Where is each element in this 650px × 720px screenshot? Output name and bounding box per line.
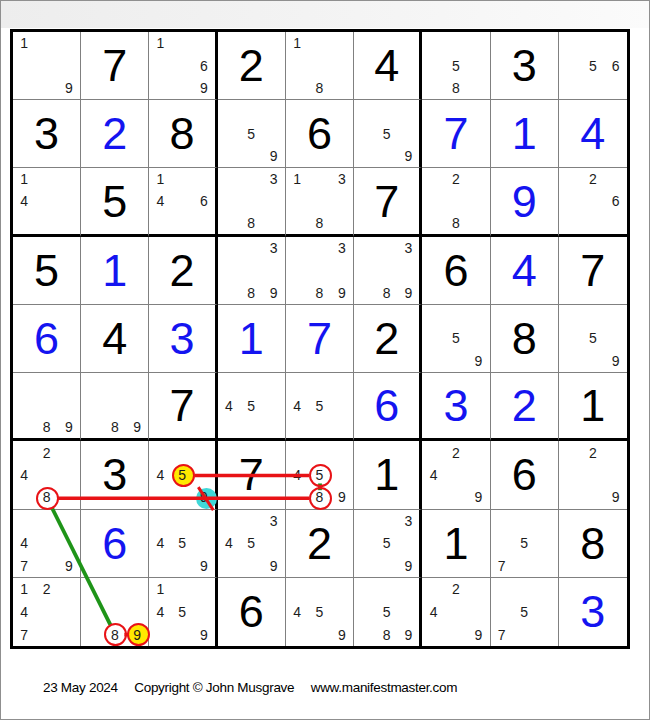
candidate-5 (104, 395, 126, 417)
pencil-marks: 57 (491, 510, 558, 577)
candidate-3 (535, 578, 557, 601)
candidate-3 (262, 373, 284, 395)
candidate-7 (422, 212, 444, 234)
pencil-marks: 1459 (149, 578, 214, 646)
candidate-6 (262, 123, 284, 145)
candidate-2: 2 (445, 578, 467, 601)
candidate-5: 5 (171, 532, 193, 554)
page: 1971692184583563285965971414514638138728… (0, 0, 650, 720)
candidate-9 (604, 212, 627, 234)
cell-r5c7[interactable]: 59 (422, 305, 490, 373)
candidate-3 (262, 100, 284, 122)
candidate-2 (171, 441, 193, 463)
cell-r4c4[interactable]: 389 (218, 237, 286, 305)
candidate-7 (559, 77, 582, 99)
cell-r7c9[interactable]: 29 (559, 441, 627, 509)
candidate-1: 1 (286, 32, 308, 54)
given-digit: 7 (354, 168, 419, 233)
candidate-8 (445, 350, 467, 372)
candidate-9: 9 (604, 350, 627, 372)
candidate-9: 9 (262, 145, 284, 167)
given-digit: 8 (559, 510, 627, 577)
candidate-2 (376, 578, 398, 601)
pencil-marks: 249 (422, 441, 489, 508)
candidate-3: 3 (331, 168, 353, 190)
candidate-7 (286, 623, 308, 646)
candidate-8 (171, 77, 193, 99)
cell-r6c6[interactable]: 6 (354, 373, 422, 441)
candidate-2 (582, 305, 605, 327)
cell-r4c8[interactable]: 4 (491, 237, 559, 305)
cell-r8c5[interactable]: 2 (286, 510, 354, 578)
candidate-2 (171, 578, 193, 601)
candidate-9 (193, 212, 215, 234)
cell-r1c4[interactable]: 2 (218, 32, 286, 100)
candidate-6 (604, 327, 627, 349)
candidate-5 (35, 601, 57, 624)
candidate-5 (445, 601, 467, 624)
cell-r3c2[interactable]: 5 (81, 168, 149, 236)
candidate-2 (240, 510, 262, 532)
given-digit: 6 (218, 578, 285, 646)
candidate-9: 9 (398, 623, 420, 646)
candidate-1 (559, 305, 582, 327)
cell-r8c3[interactable]: 459 (149, 510, 217, 578)
candidate-8 (308, 623, 330, 646)
candidate-5 (35, 464, 57, 486)
cell-r3c7[interactable]: 28 (422, 168, 490, 236)
candidate-6 (604, 464, 627, 486)
candidate-3 (193, 32, 215, 54)
cell-r2c6[interactable]: 59 (354, 100, 422, 168)
cell-r8c8[interactable]: 57 (491, 510, 559, 578)
candidate-6 (535, 601, 557, 624)
pencil-marks: 26 (559, 168, 627, 233)
cell-r7c7[interactable]: 249 (422, 441, 490, 509)
cell-r3c5[interactable]: 138 (286, 168, 354, 236)
candidate-5: 5 (240, 532, 262, 554)
candidate-4 (13, 54, 35, 76)
cell-r1c6[interactable]: 4 (354, 32, 422, 100)
cell-r2c7[interactable]: 7 (422, 100, 490, 168)
candidate-6 (398, 532, 420, 554)
cell-r6c5[interactable]: 45 (286, 373, 354, 441)
candidate-2 (240, 237, 262, 259)
chain-ring-r7c5-5 (309, 464, 332, 487)
candidate-4 (354, 259, 376, 281)
candidate-5: 5 (308, 601, 330, 624)
pencil-marks: 29 (559, 441, 627, 508)
pencil-marks: 389 (218, 237, 285, 304)
candidate-7 (13, 417, 35, 439)
cell-r6c3[interactable]: 7 (149, 373, 217, 441)
candidate-7 (422, 350, 444, 372)
cell-r3c9[interactable]: 26 (559, 168, 627, 236)
pencil-marks: 138 (286, 168, 353, 233)
candidate-2 (35, 168, 57, 190)
candidate-5: 5 (513, 601, 535, 624)
cell-r2c1[interactable]: 3 (13, 100, 81, 168)
candidate-8 (240, 145, 262, 167)
candidate-4: 4 (286, 395, 308, 417)
cell-r5c9[interactable]: 59 (559, 305, 627, 373)
candidate-8 (171, 212, 193, 234)
candidate-3: 3 (262, 168, 284, 190)
top-band (1, 1, 649, 28)
candidate-6 (58, 395, 80, 417)
candidate-6 (58, 54, 80, 76)
candidate-2 (308, 237, 330, 259)
candidate-6 (262, 395, 284, 417)
candidate-6 (467, 54, 489, 76)
pencil-marks: 59 (559, 305, 627, 372)
candidate-3 (604, 32, 627, 54)
given-digit: 2 (354, 305, 419, 372)
cell-r5c1[interactable]: 6 (13, 305, 81, 373)
cell-r8c7[interactable]: 1 (422, 510, 490, 578)
pencil-marks: 146 (149, 168, 214, 233)
candidate-9: 9 (193, 486, 215, 508)
candidate-7 (286, 212, 308, 234)
given-digit: 2 (286, 510, 353, 577)
candidate-8: 8 (104, 417, 126, 439)
candidate-3 (58, 578, 80, 601)
candidate-7 (559, 486, 582, 508)
cell-r7c8[interactable]: 6 (491, 441, 559, 509)
cell-r1c5[interactable]: 18 (286, 32, 354, 100)
cell-r4c5[interactable]: 389 (286, 237, 354, 305)
candidate-9: 9 (331, 281, 353, 303)
candidate-3 (58, 32, 80, 54)
candidate-1 (422, 441, 444, 463)
footer-website: www.manifestmaster.com (311, 680, 457, 695)
pencil-marks: 479 (13, 510, 80, 577)
candidate-3 (467, 32, 489, 54)
candidate-6 (262, 190, 284, 212)
candidate-4 (422, 54, 444, 76)
candidate-5 (171, 190, 193, 212)
cell-r6c7[interactable]: 3 (422, 373, 490, 441)
chain-ring-r9c2-9 (127, 623, 150, 646)
cell-r2c3[interactable]: 8 (149, 100, 217, 168)
candidate-5 (240, 259, 262, 281)
pencil-marks: 19 (13, 32, 80, 99)
solved-digit: 3 (559, 578, 627, 646)
cell-r4c2[interactable]: 1 (81, 237, 149, 305)
pencil-marks: 45 (218, 373, 285, 438)
cell-r9c3[interactable]: 1459 (149, 578, 217, 646)
candidate-5: 5 (582, 54, 605, 76)
cell-r3c3[interactable]: 146 (149, 168, 217, 236)
solved-digit: 4 (491, 237, 558, 304)
cell-r9c9[interactable]: 3 (559, 578, 627, 646)
candidate-8: 8 (445, 212, 467, 234)
cell-r7c2[interactable]: 3 (81, 441, 149, 509)
given-digit: 7 (218, 441, 285, 508)
given-digit: 4 (354, 32, 419, 99)
cell-r9c5[interactable]: 459 (286, 578, 354, 646)
pencil-marks: 359 (354, 510, 419, 577)
cell-r4c7[interactable]: 6 (422, 237, 490, 305)
candidate-3 (331, 373, 353, 395)
candidate-1: 1 (13, 32, 35, 54)
cell-r6c4[interactable]: 45 (218, 373, 286, 441)
candidate-3 (331, 441, 353, 463)
candidate-2 (376, 100, 398, 122)
candidate-6 (331, 464, 353, 486)
cell-r4c3[interactable]: 2 (149, 237, 217, 305)
candidate-4: 4 (149, 532, 171, 554)
candidate-7 (286, 281, 308, 303)
footer-copyright: Copyright © John Musgrave (134, 680, 294, 695)
candidate-8 (240, 554, 262, 576)
candidate-6 (331, 190, 353, 212)
cell-r8c4[interactable]: 3459 (218, 510, 286, 578)
candidate-1: 1 (149, 32, 171, 54)
cell-r2c2[interactable]: 2 (81, 100, 149, 168)
candidate-1 (218, 373, 240, 395)
candidate-1: 1 (13, 578, 35, 601)
candidate-3 (193, 168, 215, 190)
cell-r8c6[interactable]: 359 (354, 510, 422, 578)
cell-r9c6[interactable]: 589 (354, 578, 422, 646)
candidate-1 (559, 441, 582, 463)
candidate-4: 4 (149, 464, 171, 486)
cell-r5c6[interactable]: 2 (354, 305, 422, 373)
cell-r2c4[interactable]: 59 (218, 100, 286, 168)
candidate-2 (445, 305, 467, 327)
candidate-9 (262, 212, 284, 234)
cell-r2c9[interactable]: 4 (559, 100, 627, 168)
given-digit: 6 (491, 441, 558, 508)
cell-r6c2[interactable]: 89 (81, 373, 149, 441)
pencil-marks: 59 (354, 100, 419, 167)
candidate-1 (149, 510, 171, 532)
given-digit: 6 (422, 237, 489, 304)
candidate-2 (513, 578, 535, 601)
candidate-1 (354, 237, 376, 259)
candidate-4: 4 (286, 601, 308, 624)
given-digit: 8 (149, 100, 214, 167)
candidate-7 (149, 77, 171, 99)
candidate-9 (467, 77, 489, 99)
pencil-marks: 14 (13, 168, 80, 233)
candidate-4 (491, 532, 513, 554)
candidate-7 (559, 212, 582, 234)
cell-r5c8[interactable]: 8 (491, 305, 559, 373)
candidate-5 (308, 190, 330, 212)
candidate-9 (262, 417, 284, 439)
cell-r3c8[interactable]: 9 (491, 168, 559, 236)
cell-r5c3[interactable]: 3 (149, 305, 217, 373)
candidate-1 (559, 32, 582, 54)
cell-r1c2[interactable]: 7 (81, 32, 149, 100)
candidate-1 (218, 237, 240, 259)
chain-ring-r7c1-8 (36, 487, 59, 510)
candidate-4: 4 (13, 601, 35, 624)
candidate-5 (582, 190, 605, 212)
candidate-9: 9 (262, 281, 284, 303)
cell-r2c8[interactable]: 1 (491, 100, 559, 168)
solved-digit: 9 (491, 168, 558, 233)
candidate-1 (354, 510, 376, 532)
given-digit: 7 (149, 373, 214, 438)
pencil-marks: 59 (218, 100, 285, 167)
cell-r2c5[interactable]: 6 (286, 100, 354, 168)
candidate-6 (398, 123, 420, 145)
candidate-1 (286, 373, 308, 395)
solved-digit: 7 (286, 305, 353, 372)
cell-r9c4[interactable]: 6 (218, 578, 286, 646)
candidate-3 (58, 441, 80, 463)
cell-r8c1[interactable]: 479 (13, 510, 81, 578)
given-digit: 2 (218, 32, 285, 99)
candidate-4 (422, 190, 444, 212)
cell-r5c2[interactable]: 4 (81, 305, 149, 373)
candidate-9 (58, 623, 80, 646)
candidate-5 (104, 601, 126, 624)
candidate-3: 3 (262, 237, 284, 259)
cell-r4c6[interactable]: 389 (354, 237, 422, 305)
solved-digit: 6 (354, 373, 419, 438)
candidate-2 (308, 441, 330, 463)
candidate-4: 4 (422, 464, 444, 486)
candidate-5: 5 (376, 532, 398, 554)
candidate-7 (422, 623, 444, 646)
candidate-6 (467, 601, 489, 624)
candidate-2 (308, 32, 330, 54)
candidate-1 (559, 168, 582, 190)
candidate-9 (331, 212, 353, 234)
candidate-5 (308, 54, 330, 76)
candidate-4 (286, 190, 308, 212)
candidate-7: 7 (13, 623, 35, 646)
cell-r6c1[interactable]: 89 (13, 373, 81, 441)
candidate-4: 4 (13, 532, 35, 554)
candidate-7 (286, 417, 308, 439)
candidate-4: 4 (13, 464, 35, 486)
candidate-1 (81, 373, 103, 395)
candidate-6 (193, 601, 215, 624)
footer-date: 23 May 2024 (43, 680, 118, 695)
cell-r9c8[interactable]: 57 (491, 578, 559, 646)
candidate-4 (218, 190, 240, 212)
candidate-2: 2 (582, 441, 605, 463)
candidate-3 (398, 100, 420, 122)
candidate-7 (422, 486, 444, 508)
candidate-2 (104, 373, 126, 395)
candidate-3 (126, 578, 148, 601)
candidate-6 (126, 601, 148, 624)
candidate-2 (308, 578, 330, 601)
cell-r4c1[interactable]: 5 (13, 237, 81, 305)
candidate-5 (582, 464, 605, 486)
candidate-2 (171, 510, 193, 532)
candidate-3 (58, 373, 80, 395)
candidate-2: 2 (445, 168, 467, 190)
candidate-1 (13, 510, 35, 532)
candidate-6 (331, 54, 353, 76)
candidate-9: 9 (467, 486, 489, 508)
cell-r6c9[interactable]: 1 (559, 373, 627, 441)
cell-r1c7[interactable]: 58 (422, 32, 490, 100)
candidate-3: 3 (398, 237, 420, 259)
candidate-2 (445, 32, 467, 54)
cell-r8c2[interactable]: 6 (81, 510, 149, 578)
candidate-5: 5 (445, 54, 467, 76)
candidate-4 (218, 259, 240, 281)
candidate-9: 9 (331, 623, 353, 646)
cell-r1c3[interactable]: 169 (149, 32, 217, 100)
candidate-6 (262, 259, 284, 281)
cell-r1c1[interactable]: 19 (13, 32, 81, 100)
candidate-4 (491, 601, 513, 624)
candidate-7 (422, 77, 444, 99)
candidate-5 (376, 259, 398, 281)
cell-r3c6[interactable]: 7 (354, 168, 422, 236)
cell-r7c4[interactable]: 7 (218, 441, 286, 509)
cell-r4c9[interactable]: 7 (559, 237, 627, 305)
cell-r8c9[interactable]: 8 (559, 510, 627, 578)
candidate-3: 3 (262, 510, 284, 532)
candidate-4: 4 (149, 601, 171, 624)
cell-r1c9[interactable]: 56 (559, 32, 627, 100)
candidate-8: 8 (308, 77, 330, 99)
candidate-3: 3 (398, 510, 420, 532)
cell-r3c1[interactable]: 14 (13, 168, 81, 236)
cell-r6c8[interactable]: 2 (491, 373, 559, 441)
candidate-1 (286, 578, 308, 601)
candidate-9: 9 (193, 623, 215, 646)
solved-digit: 3 (422, 373, 489, 438)
candidate-7 (81, 623, 103, 646)
candidate-1: 1 (13, 168, 35, 190)
candidate-5 (35, 190, 57, 212)
given-digit: 1 (559, 373, 627, 438)
candidate-7 (149, 623, 171, 646)
candidate-3 (58, 168, 80, 190)
candidate-2 (376, 510, 398, 532)
cell-r5c5[interactable]: 7 (286, 305, 354, 373)
pencil-marks: 28 (422, 168, 489, 233)
footer: 23 May 2024 Copyright © John Musgrave ww… (43, 680, 470, 695)
candidate-9: 9 (58, 417, 80, 439)
candidate-3 (604, 168, 627, 190)
candidate-5 (35, 532, 57, 554)
given-digit: 3 (491, 32, 558, 99)
cell-r9c1[interactable]: 1247 (13, 578, 81, 646)
candidate-5 (35, 395, 57, 417)
candidate-9: 9 (398, 281, 420, 303)
cell-r7c6[interactable]: 1 (354, 441, 422, 509)
candidate-5 (308, 259, 330, 281)
candidate-8 (582, 212, 605, 234)
cell-r3c4[interactable]: 38 (218, 168, 286, 236)
cell-r9c7[interactable]: 249 (422, 578, 490, 646)
candidate-7 (286, 77, 308, 99)
candidate-8 (376, 554, 398, 576)
solved-digit: 1 (218, 305, 285, 372)
candidate-8: 8 (35, 417, 57, 439)
cell-r5c4[interactable]: 1 (218, 305, 286, 373)
candidate-6 (58, 532, 80, 554)
candidate-6 (467, 327, 489, 349)
candidate-1 (13, 373, 35, 395)
candidate-5: 5 (445, 327, 467, 349)
candidate-6: 6 (193, 54, 215, 76)
candidate-7: 7 (491, 554, 513, 576)
cell-r1c8[interactable]: 3 (491, 32, 559, 100)
